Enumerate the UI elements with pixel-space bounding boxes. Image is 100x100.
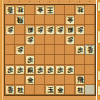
square-7b[interactable] [25, 15, 35, 25]
file-label-8 [19, 1, 20, 3]
square-8c[interactable] [15, 25, 25, 35]
square-3f[interactable] [65, 55, 75, 65]
stand-piece-top-1[interactable] [98, 31, 100, 43]
square-6i[interactable] [35, 85, 45, 95]
piece-gote-桂: 桂 [16, 6, 24, 14]
piece-sente-歩: 歩 [46, 66, 54, 74]
piece-sente-香: 香 [86, 46, 94, 54]
stand-piece-bottom-3[interactable] [98, 86, 100, 95]
square-5f[interactable] [45, 55, 55, 65]
square-9i[interactable]: 香 [5, 85, 15, 95]
piece-sente-歩: 歩 [26, 56, 34, 64]
square-6e[interactable] [35, 45, 45, 55]
piece-gote-歩: 歩 [56, 26, 64, 34]
piece-gote-桂: 桂 [76, 6, 84, 14]
square-8b[interactable]: 飛 [15, 15, 25, 25]
square-9b[interactable] [5, 15, 15, 25]
square-3h[interactable] [65, 75, 75, 85]
piece-gote-歩: 歩 [6, 26, 14, 34]
square-1h[interactable] [85, 75, 95, 85]
square-4c[interactable]: 歩 [55, 25, 65, 35]
square-2h[interactable]: 飛 [75, 75, 85, 85]
square-3i[interactable] [65, 85, 75, 95]
stand-piece-top-0[interactable] [98, 2, 100, 11]
piece-gote-歩: 歩 [26, 36, 34, 44]
square-5h[interactable] [45, 75, 55, 85]
shogi-board: 香桂金王桂飛金歩銀歩歩歩銀歩歩歩歩歩香歩歩歩銀歩歩歩歩金飛香桂玉金桂 [3, 0, 96, 100]
square-5d[interactable] [45, 35, 55, 45]
square-8d[interactable] [15, 35, 25, 45]
piece-gote-歩: 歩 [36, 26, 44, 34]
square-5g[interactable]: 歩 [45, 65, 55, 75]
piece-sente-玉: 玉 [46, 86, 54, 94]
square-3a[interactable] [65, 5, 75, 15]
square-8f[interactable] [15, 55, 25, 65]
square-7c[interactable]: 銀 [25, 25, 35, 35]
square-1f[interactable] [85, 55, 95, 65]
square-7d[interactable]: 歩 [25, 35, 35, 45]
shogi-app-screen: 香桂金王桂飛金歩銀歩歩歩銀歩歩歩歩歩香歩歩歩銀歩歩歩歩金飛香桂玉金桂 [0, 0, 100, 100]
piece-gote-歩: 歩 [16, 46, 24, 54]
square-3d[interactable]: 歩 [65, 35, 75, 45]
square-5b[interactable] [45, 15, 55, 25]
square-9h[interactable] [5, 75, 15, 85]
square-3g[interactable]: 歩 [65, 65, 75, 75]
square-7a[interactable] [25, 5, 35, 15]
square-2g[interactable] [75, 65, 85, 75]
piece-sente-飛: 飛 [76, 76, 84, 84]
square-5e[interactable] [45, 45, 55, 55]
piece-gote-香: 香 [6, 6, 14, 14]
piece-gote-金: 金 [66, 16, 74, 24]
square-2c[interactable]: 歩 [75, 25, 85, 35]
square-8g[interactable]: 歩 [15, 65, 25, 75]
square-5a[interactable]: 王 [45, 5, 55, 15]
square-3e[interactable] [65, 45, 75, 55]
piece-sente-歩: 歩 [36, 66, 44, 74]
square-2f[interactable] [75, 55, 85, 65]
square-8e[interactable]: 歩 [15, 45, 25, 55]
piece-sente-歩: 歩 [56, 66, 64, 74]
square-2e[interactable]: 歩 [75, 45, 85, 55]
square-7i[interactable] [25, 85, 35, 95]
file-label-4 [59, 1, 60, 3]
square-7e[interactable] [25, 45, 35, 55]
piece-gote-銀: 銀 [26, 26, 34, 34]
square-1i[interactable] [85, 85, 95, 95]
piece-sente-歩: 歩 [66, 66, 74, 74]
square-4h[interactable] [55, 75, 65, 85]
square-9a[interactable]: 香 [5, 5, 15, 15]
square-6g[interactable]: 歩 [35, 65, 45, 75]
square-1g[interactable] [85, 65, 95, 75]
square-6a[interactable]: 金 [35, 5, 45, 15]
square-7g[interactable]: 銀 [25, 65, 35, 75]
square-1a[interactable] [85, 5, 95, 15]
piece-gote-歩: 歩 [66, 36, 74, 44]
square-8i[interactable]: 桂 [15, 85, 25, 95]
piece-gote-銀: 銀 [66, 26, 74, 34]
square-5i[interactable]: 玉 [45, 85, 55, 95]
right-piece-stand-strip[interactable] [97, 0, 100, 100]
square-4d[interactable] [55, 35, 65, 45]
stand-piece-bottom-2[interactable] [98, 71, 100, 80]
piece-sente-歩: 歩 [16, 66, 24, 74]
square-9e[interactable] [5, 45, 15, 55]
square-3c[interactable]: 銀 [65, 25, 75, 35]
square-2i[interactable]: 桂 [75, 85, 85, 95]
piece-sente-桂: 桂 [16, 86, 24, 94]
square-4i[interactable]: 金 [55, 85, 65, 95]
file-label-2 [79, 1, 80, 3]
piece-sente-金: 金 [56, 86, 64, 94]
square-3b[interactable]: 金 [65, 15, 75, 25]
square-4g[interactable]: 歩 [55, 65, 65, 75]
piece-gote-歩: 歩 [76, 26, 84, 34]
square-2d[interactable] [75, 35, 85, 45]
square-8a[interactable]: 桂 [15, 5, 25, 15]
file-label-6 [39, 1, 40, 3]
file-label-1 [89, 1, 90, 3]
square-4e[interactable] [55, 45, 65, 55]
square-4a[interactable] [55, 5, 65, 15]
board-grid: 香桂金王桂飛金歩銀歩歩歩銀歩歩歩歩歩香歩歩歩銀歩歩歩歩金飛香桂玉金桂 [4, 4, 96, 96]
square-7h[interactable]: 金 [25, 75, 35, 85]
file-coordinate-labels [3, 0, 96, 3]
square-1e[interactable]: 香 [85, 45, 95, 55]
square-6f[interactable] [35, 55, 45, 65]
square-6c[interactable]: 歩 [35, 25, 45, 35]
piece-gote-歩: 歩 [46, 26, 54, 34]
square-6h[interactable] [35, 75, 45, 85]
square-4f[interactable] [55, 55, 65, 65]
file-label-3 [69, 1, 70, 3]
piece-sente-歩: 歩 [76, 46, 84, 54]
piece-sente-香: 香 [6, 86, 14, 94]
piece-sente-桂: 桂 [76, 86, 84, 94]
piece-gote-王: 王 [46, 6, 54, 14]
square-9f[interactable] [5, 55, 15, 65]
square-6d[interactable] [35, 35, 45, 45]
piece-sente-金: 金 [26, 76, 34, 84]
piece-sente-銀: 銀 [26, 66, 34, 74]
square-1d[interactable] [85, 35, 95, 45]
square-5c[interactable]: 歩 [45, 25, 55, 35]
square-2b[interactable] [75, 15, 85, 25]
square-9g[interactable]: 歩 [5, 65, 15, 75]
square-6b[interactable] [35, 15, 45, 25]
square-7f[interactable]: 歩 [25, 55, 35, 65]
file-label-7 [29, 1, 30, 3]
file-label-5 [49, 1, 50, 3]
square-2a[interactable]: 桂 [75, 5, 85, 15]
piece-gote-飛: 飛 [16, 16, 24, 24]
square-1b[interactable] [85, 15, 95, 25]
square-8h[interactable] [15, 75, 25, 85]
file-label-9 [9, 1, 10, 3]
square-1c[interactable] [85, 25, 95, 35]
square-9c[interactable]: 歩 [5, 25, 15, 35]
piece-sente-歩: 歩 [6, 66, 14, 74]
square-9d[interactable] [5, 35, 15, 45]
square-4b[interactable] [55, 15, 65, 25]
piece-gote-金: 金 [36, 6, 44, 14]
